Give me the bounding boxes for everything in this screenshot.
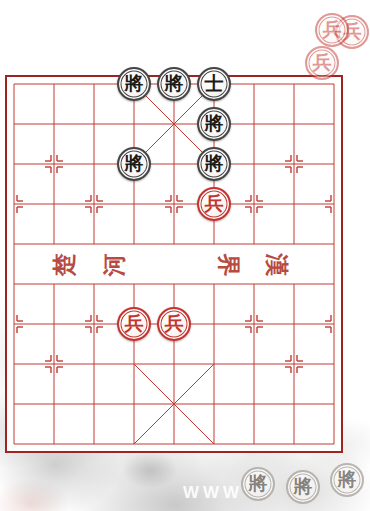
piece-black-將[interactable]: 將 xyxy=(117,147,151,181)
piece-black-將[interactable]: 將 xyxy=(197,107,231,141)
piece-glyph: 兵 xyxy=(313,53,332,72)
piece-glyph: 將 xyxy=(125,154,144,173)
piece-glyph: 將 xyxy=(294,477,313,496)
piece-glyph: 將 xyxy=(165,74,184,93)
piece-glyph: 士 xyxy=(205,74,224,93)
piece-glyph: 兵 xyxy=(323,20,342,39)
piece-gray-將-ghost[interactable]: 將 xyxy=(330,463,364,497)
piece-red-兵-ghost[interactable]: 兵 xyxy=(315,13,349,47)
piece-red-兵-ghost[interactable]: 兵 xyxy=(305,46,339,80)
piece-black-將[interactable]: 將 xyxy=(157,67,191,101)
piece-gray-將-ghost[interactable]: 將 xyxy=(241,467,275,501)
piece-black-將[interactable]: 將 xyxy=(197,147,231,181)
pieces-layer: 將將士將將將兵兵兵兵兵兵將將將 xyxy=(0,0,370,511)
piece-red-兵[interactable]: 兵 xyxy=(197,187,231,221)
piece-glyph: 將 xyxy=(249,474,268,493)
piece-red-兵[interactable]: 兵 xyxy=(117,307,151,341)
piece-black-士[interactable]: 士 xyxy=(197,67,231,101)
piece-glyph: 將 xyxy=(205,114,224,133)
piece-glyph: 兵 xyxy=(125,314,144,333)
piece-glyph: 兵 xyxy=(165,314,184,333)
piece-glyph: 兵 xyxy=(205,194,224,213)
piece-glyph: 將 xyxy=(125,74,144,93)
piece-black-將[interactable]: 將 xyxy=(117,67,151,101)
piece-red-兵[interactable]: 兵 xyxy=(157,307,191,341)
piece-glyph: 將 xyxy=(338,470,357,489)
piece-gray-將-ghost[interactable]: 將 xyxy=(286,470,320,504)
xiangqi-puzzle-screen: 楚 河 界 漢 WWW 將將士將將將兵兵兵兵兵兵將將將 xyxy=(0,0,370,511)
piece-glyph: 將 xyxy=(205,154,224,173)
